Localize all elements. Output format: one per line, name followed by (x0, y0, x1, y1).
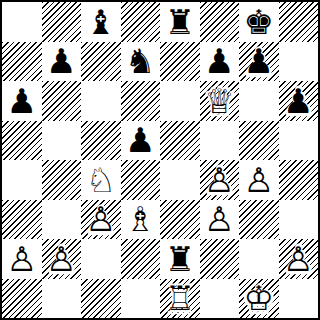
piece-outline: ♛ (200, 81, 240, 121)
piece-outline: ♟ (42, 239, 82, 279)
piece-outline: ♟ (279, 239, 319, 279)
square-b6[interactable] (42, 81, 82, 121)
chess-board: ♝♝♜♜♚♚♟♟♞♞♟♟♟♟♟♟♛♕♟♟♟♟♞♘♟♙♟♙♟♙♝♗♟♙♟♙♟♙♜♜… (0, 0, 320, 320)
square-b2[interactable]: ♟♙ (42, 239, 82, 279)
square-c8[interactable]: ♝♝ (81, 2, 121, 42)
square-f3[interactable]: ♟♙ (200, 200, 240, 240)
square-c5[interactable] (81, 121, 121, 161)
square-b3[interactable] (42, 200, 82, 240)
piece-outline: ♞ (121, 42, 161, 82)
square-d8[interactable] (121, 2, 161, 42)
piece-outline: ♟ (42, 42, 82, 82)
square-e1[interactable]: ♜♖ (160, 279, 200, 319)
square-a6[interactable]: ♟♟ (2, 81, 42, 121)
square-c7[interactable] (81, 42, 121, 82)
piece-black-pawn[interactable]: ♟ (42, 42, 82, 82)
piece-outline: ♞ (81, 160, 121, 200)
piece-white-rook[interactable]: ♖ (160, 279, 200, 319)
piece-white-pawn[interactable]: ♙ (239, 160, 279, 200)
piece-outline: ♝ (81, 2, 121, 42)
piece-outline: ♟ (239, 42, 279, 82)
square-h6[interactable]: ♟♟ (279, 81, 319, 121)
square-b8[interactable] (42, 2, 82, 42)
square-a8[interactable] (2, 2, 42, 42)
piece-outline: ♟ (200, 200, 240, 240)
piece-white-knight[interactable]: ♘ (81, 160, 121, 200)
piece-outline: ♟ (2, 81, 42, 121)
piece-black-king[interactable]: ♚ (239, 2, 279, 42)
square-d6[interactable] (121, 81, 161, 121)
piece-black-pawn[interactable]: ♟ (121, 121, 161, 161)
piece-white-queen[interactable]: ♕ (200, 81, 240, 121)
square-e5[interactable] (160, 121, 200, 161)
square-f6[interactable]: ♛♕ (200, 81, 240, 121)
square-d4[interactable] (121, 160, 161, 200)
square-g5[interactable] (239, 121, 279, 161)
piece-outline: ♟ (279, 81, 319, 121)
square-g2[interactable] (239, 239, 279, 279)
piece-black-bishop[interactable]: ♝ (81, 2, 121, 42)
square-g1[interactable]: ♚♔ (239, 279, 279, 319)
square-g7[interactable]: ♟♟ (239, 42, 279, 82)
square-b1[interactable] (42, 279, 82, 319)
square-h1[interactable] (279, 279, 319, 319)
piece-white-pawn[interactable]: ♙ (200, 200, 240, 240)
piece-white-pawn[interactable]: ♙ (42, 239, 82, 279)
square-h4[interactable] (279, 160, 319, 200)
square-f8[interactable] (200, 2, 240, 42)
square-c4[interactable]: ♞♘ (81, 160, 121, 200)
piece-white-pawn[interactable]: ♙ (2, 239, 42, 279)
piece-outline: ♜ (160, 239, 200, 279)
piece-outline: ♚ (239, 279, 279, 319)
square-a5[interactable] (2, 121, 42, 161)
square-b4[interactable] (42, 160, 82, 200)
piece-black-pawn[interactable]: ♟ (279, 81, 319, 121)
square-c6[interactable] (81, 81, 121, 121)
piece-white-king[interactable]: ♔ (239, 279, 279, 319)
piece-outline: ♟ (200, 42, 240, 82)
square-g3[interactable] (239, 200, 279, 240)
piece-black-pawn[interactable]: ♟ (2, 81, 42, 121)
square-d3[interactable]: ♝♗ (121, 200, 161, 240)
piece-white-pawn[interactable]: ♙ (279, 239, 319, 279)
square-a3[interactable] (2, 200, 42, 240)
square-e2[interactable]: ♜♜ (160, 239, 200, 279)
square-f1[interactable] (200, 279, 240, 319)
square-e7[interactable] (160, 42, 200, 82)
square-e6[interactable] (160, 81, 200, 121)
square-a4[interactable] (2, 160, 42, 200)
square-c3[interactable]: ♟♙ (81, 200, 121, 240)
square-g8[interactable]: ♚♚ (239, 2, 279, 42)
square-h7[interactable] (279, 42, 319, 82)
square-h8[interactable] (279, 2, 319, 42)
square-b7[interactable]: ♟♟ (42, 42, 82, 82)
square-e3[interactable] (160, 200, 200, 240)
piece-black-rook[interactable]: ♜ (160, 239, 200, 279)
square-c2[interactable] (81, 239, 121, 279)
piece-outline: ♜ (160, 279, 200, 319)
square-d7[interactable]: ♞♞ (121, 42, 161, 82)
square-a7[interactable] (2, 42, 42, 82)
square-g4[interactable]: ♟♙ (239, 160, 279, 200)
piece-black-rook[interactable]: ♜ (160, 2, 200, 42)
piece-outline: ♟ (239, 160, 279, 200)
square-c1[interactable] (81, 279, 121, 319)
square-f2[interactable] (200, 239, 240, 279)
piece-black-pawn[interactable]: ♟ (200, 42, 240, 82)
piece-outline: ♟ (200, 160, 240, 200)
square-b5[interactable] (42, 121, 82, 161)
piece-outline: ♟ (81, 200, 121, 240)
square-d1[interactable] (121, 279, 161, 319)
square-h5[interactable] (279, 121, 319, 161)
piece-black-pawn[interactable]: ♟ (239, 42, 279, 82)
square-a1[interactable] (2, 279, 42, 319)
piece-white-pawn[interactable]: ♙ (200, 160, 240, 200)
square-d5[interactable]: ♟♟ (121, 121, 161, 161)
square-e4[interactable] (160, 160, 200, 200)
piece-white-bishop[interactable]: ♗ (121, 200, 161, 240)
piece-outline: ♝ (121, 200, 161, 240)
square-h3[interactable] (279, 200, 319, 240)
piece-outline: ♟ (121, 121, 161, 161)
square-a2[interactable]: ♟♙ (2, 239, 42, 279)
square-h2[interactable]: ♟♙ (279, 239, 319, 279)
piece-outline: ♟ (2, 239, 42, 279)
square-f5[interactable] (200, 121, 240, 161)
square-g6[interactable] (239, 81, 279, 121)
piece-outline: ♚ (239, 2, 279, 42)
piece-black-knight[interactable]: ♞ (121, 42, 161, 82)
piece-white-pawn[interactable]: ♙ (81, 200, 121, 240)
square-f4[interactable]: ♟♙ (200, 160, 240, 200)
square-d2[interactable] (121, 239, 161, 279)
piece-outline: ♜ (160, 2, 200, 42)
square-e8[interactable]: ♜♜ (160, 2, 200, 42)
square-f7[interactable]: ♟♟ (200, 42, 240, 82)
